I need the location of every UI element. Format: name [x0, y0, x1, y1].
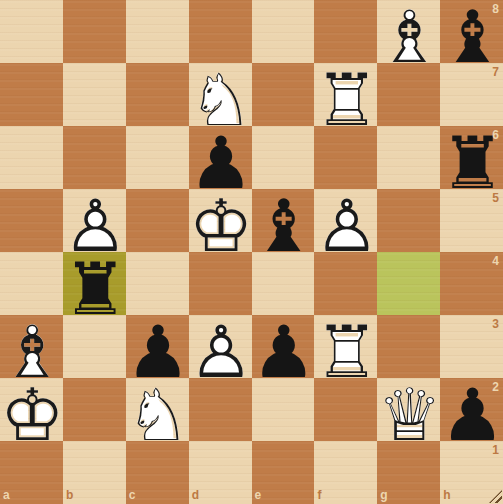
square-h8[interactable]: ♝8 — [440, 0, 503, 63]
piece-white-rook[interactable]: ♜♖ — [314, 63, 377, 126]
piece-black-pawn[interactable]: ♟ — [189, 126, 252, 189]
piece-white-king[interactable]: ♚♔ — [0, 378, 63, 441]
white-pawn-glyph-outline: ♙ — [189, 316, 254, 388]
square-b4[interactable]: ♜ — [63, 252, 126, 315]
black-pawn-glyph: ♟ — [252, 316, 317, 388]
piece-black-bishop[interactable]: ♝ — [440, 0, 503, 63]
piece-black-rook[interactable]: ♜ — [63, 252, 126, 315]
square-g5[interactable] — [377, 189, 440, 252]
piece-black-rook[interactable]: ♜ — [440, 126, 503, 189]
square-d5[interactable]: ♚♔ — [189, 189, 252, 252]
square-e7[interactable] — [252, 63, 315, 126]
white-rook-glyph-outline: ♖ — [314, 64, 379, 136]
white-knight-glyph-outline: ♘ — [126, 379, 191, 451]
square-c6[interactable] — [126, 126, 189, 189]
piece-white-knight[interactable]: ♞♘ — [189, 63, 252, 126]
piece-white-queen[interactable]: ♛♕ — [377, 378, 440, 441]
square-c7[interactable] — [126, 63, 189, 126]
file-label-d: d — [192, 488, 199, 502]
board-resize-handle-icon[interactable] — [489, 490, 502, 503]
square-a7[interactable] — [0, 63, 63, 126]
square-c4[interactable] — [126, 252, 189, 315]
square-g2[interactable]: ♛♕ — [377, 378, 440, 441]
piece-white-knight[interactable]: ♞♘ — [126, 378, 189, 441]
square-a6[interactable] — [0, 126, 63, 189]
square-e8[interactable] — [252, 0, 315, 63]
square-h4[interactable]: 4 — [440, 252, 503, 315]
file-label-e: e — [255, 488, 262, 502]
square-f3[interactable]: ♜♖ — [314, 315, 377, 378]
black-pawn-glyph: ♟ — [440, 379, 503, 451]
piece-black-pawn[interactable]: ♟ — [252, 315, 315, 378]
square-a2[interactable]: ♚♔ — [0, 378, 63, 441]
piece-white-pawn[interactable]: ♟♙ — [314, 189, 377, 252]
square-g3[interactable] — [377, 315, 440, 378]
file-label-g: g — [380, 488, 387, 502]
square-d1[interactable]: d — [189, 441, 252, 504]
square-c8[interactable] — [126, 0, 189, 63]
square-e5[interactable]: ♝ — [252, 189, 315, 252]
square-b7[interactable] — [63, 63, 126, 126]
square-g4[interactable] — [377, 252, 440, 315]
file-label-a: a — [3, 488, 10, 502]
square-b5[interactable]: ♟♙ — [63, 189, 126, 252]
black-bishop-glyph: ♝ — [252, 190, 317, 262]
white-queen-glyph-outline: ♕ — [377, 379, 442, 451]
piece-black-bishop[interactable]: ♝ — [252, 189, 315, 252]
white-king-glyph-outline: ♔ — [0, 379, 65, 451]
square-h2[interactable]: ♟2 — [440, 378, 503, 441]
piece-white-bishop[interactable]: ♝♗ — [377, 0, 440, 63]
square-a3[interactable]: ♝♗ — [0, 315, 63, 378]
file-label-b: b — [66, 488, 73, 502]
rank-label-4: 4 — [492, 254, 499, 268]
white-king-glyph-outline: ♔ — [189, 190, 254, 262]
square-d8[interactable] — [189, 0, 252, 63]
black-rook-glyph: ♜ — [440, 127, 503, 199]
file-label-c: c — [129, 488, 136, 502]
square-e1[interactable]: e — [252, 441, 315, 504]
square-d7[interactable]: ♞♘ — [189, 63, 252, 126]
square-h3[interactable]: 3 — [440, 315, 503, 378]
square-f7[interactable]: ♜♖ — [314, 63, 377, 126]
square-g6[interactable] — [377, 126, 440, 189]
square-a5[interactable] — [0, 189, 63, 252]
piece-white-king[interactable]: ♚♔ — [189, 189, 252, 252]
black-rook-glyph: ♜ — [63, 253, 128, 325]
piece-white-pawn[interactable]: ♟♙ — [63, 189, 126, 252]
file-label-h: h — [443, 488, 450, 502]
square-e3[interactable]: ♟ — [252, 315, 315, 378]
white-rook-glyph-outline: ♖ — [314, 316, 379, 388]
rank-label-3: 3 — [492, 317, 499, 331]
square-d3[interactable]: ♟♙ — [189, 315, 252, 378]
square-e6[interactable] — [252, 126, 315, 189]
piece-white-bishop[interactable]: ♝♗ — [0, 315, 63, 378]
square-a4[interactable] — [0, 252, 63, 315]
square-a8[interactable] — [0, 0, 63, 63]
square-b1[interactable]: b — [63, 441, 126, 504]
square-h6[interactable]: ♜6 — [440, 126, 503, 189]
piece-black-pawn[interactable]: ♟ — [440, 378, 503, 441]
square-c2[interactable]: ♞♘ — [126, 378, 189, 441]
square-d6[interactable]: ♟ — [189, 126, 252, 189]
chess-board: ♝♗♝8♞♘♜♖7♟♜6♟♙♚♔♝♟♙5♜4♝♗♟♟♙♟♜♖3♚♔♞♘♛♕♟2a… — [0, 0, 503, 504]
white-pawn-glyph-outline: ♙ — [314, 190, 379, 262]
black-bishop-glyph: ♝ — [440, 1, 503, 73]
square-b2[interactable] — [63, 378, 126, 441]
square-c5[interactable] — [126, 189, 189, 252]
square-f5[interactable]: ♟♙ — [314, 189, 377, 252]
piece-white-rook[interactable]: ♜♖ — [314, 315, 377, 378]
square-c3[interactable]: ♟ — [126, 315, 189, 378]
square-b8[interactable] — [63, 0, 126, 63]
white-bishop-glyph-outline: ♗ — [377, 1, 442, 73]
square-f8[interactable] — [314, 0, 377, 63]
square-g8[interactable]: ♝♗ — [377, 0, 440, 63]
piece-white-pawn[interactable]: ♟♙ — [189, 315, 252, 378]
file-label-f: f — [317, 488, 321, 502]
square-f1[interactable]: f — [314, 441, 377, 504]
square-b6[interactable] — [63, 126, 126, 189]
piece-black-pawn[interactable]: ♟ — [126, 315, 189, 378]
